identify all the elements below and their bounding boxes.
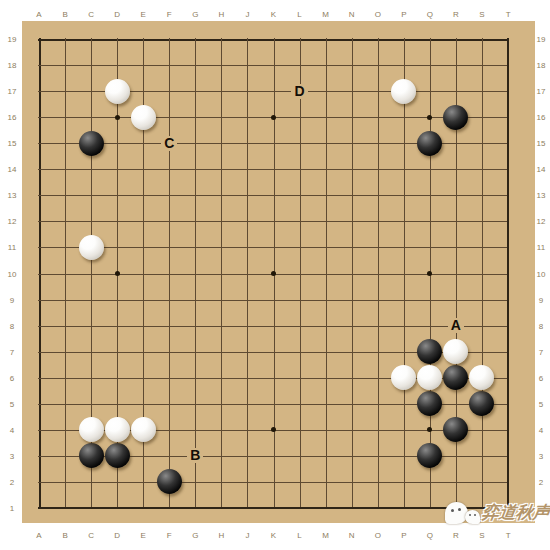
watermark: 弈道秋声 [442, 498, 548, 532]
coord-top-B: B [62, 10, 67, 19]
coord-bottom-E: E [141, 531, 146, 540]
coord-left-10: 10 [8, 269, 17, 278]
black-stone[interactable] [417, 391, 442, 416]
coord-right-13: 13 [537, 191, 546, 200]
grid-line [38, 300, 509, 301]
coord-right-10: 10 [537, 269, 546, 278]
coord-bottom-Q: Q [427, 531, 433, 540]
coord-top-G: G [192, 10, 198, 19]
coord-top-O: O [375, 10, 381, 19]
coord-bottom-D: D [114, 531, 120, 540]
coord-right-12: 12 [537, 217, 546, 226]
coord-left-3: 3 [10, 451, 14, 460]
coord-top-M: M [322, 10, 329, 19]
star-point [115, 271, 120, 276]
grid-line [378, 38, 379, 509]
coord-bottom-K: K [271, 531, 276, 540]
black-stone[interactable] [157, 469, 182, 494]
coord-bottom-J: J [245, 531, 249, 540]
coord-right-8: 8 [539, 321, 543, 330]
coord-right-15: 15 [537, 139, 546, 148]
white-stone[interactable] [417, 365, 442, 390]
grid-line [404, 38, 405, 509]
coord-top-Q: Q [427, 10, 433, 19]
coord-left-17: 17 [8, 87, 17, 96]
coord-top-L: L [297, 10, 301, 19]
coord-right-9: 9 [539, 295, 543, 304]
coord-right-7: 7 [539, 347, 543, 356]
coord-right-11: 11 [537, 243, 545, 252]
black-stone[interactable] [79, 443, 104, 468]
coord-right-2: 2 [539, 478, 543, 487]
coord-left-5: 5 [10, 399, 14, 408]
coord-right-18: 18 [537, 61, 546, 70]
coord-left-14: 14 [8, 165, 17, 174]
coord-top-P: P [401, 10, 406, 19]
coord-bottom-A: A [36, 531, 41, 540]
coord-top-F: F [167, 10, 172, 19]
coord-top-C: C [88, 10, 94, 19]
black-stone[interactable] [417, 131, 442, 156]
coord-left-19: 19 [8, 35, 17, 44]
black-stone[interactable] [469, 391, 494, 416]
grid-line [300, 38, 301, 509]
white-stone[interactable] [131, 417, 156, 442]
board-grid: ABCD [39, 39, 509, 509]
coord-left-9: 9 [10, 295, 14, 304]
grid-line [507, 38, 509, 509]
coord-left-1: 1 [10, 504, 14, 513]
coord-bottom-C: C [88, 531, 94, 540]
coord-top-E: E [141, 10, 146, 19]
grid-line [38, 507, 509, 509]
coord-left-6: 6 [10, 373, 14, 382]
coord-left-16: 16 [8, 113, 17, 122]
coord-left-4: 4 [10, 425, 14, 434]
annotation-letter-b: B [187, 448, 203, 463]
coord-top-T: T [506, 10, 511, 19]
coord-left-2: 2 [10, 478, 14, 487]
grid-line [482, 38, 483, 509]
coord-bottom-F: F [167, 531, 172, 540]
coord-right-14: 14 [537, 165, 546, 174]
grid-line [326, 38, 327, 509]
star-point [271, 115, 276, 120]
coord-left-7: 7 [10, 347, 14, 356]
coord-bottom-L: L [297, 531, 301, 540]
white-stone[interactable] [79, 235, 104, 260]
watermark-text: 弈道秋声 [480, 501, 550, 524]
coord-top-D: D [114, 10, 120, 19]
white-stone[interactable] [391, 79, 416, 104]
white-stone[interactable] [105, 79, 130, 104]
black-stone[interactable] [105, 443, 130, 468]
coord-left-18: 18 [8, 61, 17, 70]
coord-left-11: 11 [8, 243, 16, 252]
white-stone[interactable] [391, 365, 416, 390]
coord-right-3: 3 [539, 451, 543, 460]
black-stone[interactable] [417, 443, 442, 468]
coord-left-13: 13 [8, 191, 17, 200]
white-stone[interactable] [79, 417, 104, 442]
annotation-letter-d: D [291, 84, 307, 99]
coord-left-8: 8 [10, 321, 14, 330]
black-stone[interactable] [417, 339, 442, 364]
black-stone[interactable] [443, 417, 468, 442]
coord-top-N: N [349, 10, 355, 19]
white-stone[interactable] [469, 365, 494, 390]
coord-left-15: 15 [8, 139, 17, 148]
coord-top-J: J [245, 10, 249, 19]
coord-bottom-B: B [62, 531, 67, 540]
coord-bottom-P: P [401, 531, 406, 540]
coord-right-17: 17 [537, 87, 546, 96]
white-stone[interactable] [105, 417, 130, 442]
coord-bottom-G: G [192, 531, 198, 540]
coord-top-K: K [271, 10, 276, 19]
coord-left-12: 12 [8, 217, 17, 226]
page: { "game": "go", "board": { "size": 19, "… [0, 0, 550, 550]
coord-right-6: 6 [539, 373, 543, 382]
coord-top-A: A [36, 10, 41, 19]
coord-right-19: 19 [537, 35, 546, 44]
grid-line [352, 38, 353, 509]
annotation-letter-a: A [448, 318, 464, 333]
coord-top-H: H [219, 10, 225, 19]
annotation-letter-c: C [161, 136, 177, 151]
coord-right-5: 5 [539, 399, 543, 408]
grid-line [38, 482, 509, 483]
coord-bottom-M: M [322, 531, 329, 540]
star-point [115, 115, 120, 120]
coord-bottom-O: O [375, 531, 381, 540]
coord-bottom-N: N [349, 531, 355, 540]
coord-top-S: S [479, 10, 484, 19]
grid-line [38, 326, 509, 327]
go-board[interactable]: ABCD [22, 21, 535, 523]
black-stone[interactable] [443, 365, 468, 390]
coord-right-4: 4 [539, 425, 543, 434]
coord-bottom-H: H [219, 531, 225, 540]
white-stone[interactable] [443, 339, 468, 364]
white-stone[interactable] [131, 105, 156, 130]
black-stone[interactable] [79, 131, 104, 156]
coord-top-R: R [453, 10, 459, 19]
black-stone[interactable] [443, 105, 468, 130]
coord-right-16: 16 [537, 113, 546, 122]
